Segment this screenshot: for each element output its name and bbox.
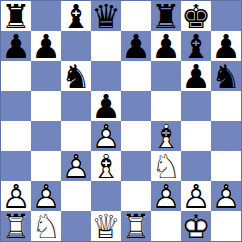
black-piece-glyph: ♜ [151, 1, 181, 31]
square-f5[interactable] [151, 91, 181, 121]
square-g8[interactable]: ♚ [181, 1, 211, 31]
square-e4[interactable] [121, 121, 151, 151]
square-b6[interactable] [31, 61, 61, 91]
square-a6[interactable] [1, 61, 31, 91]
black-piece-glyph: ♟ [121, 31, 151, 61]
white-piece-outline-glyph: ♗ [151, 121, 181, 151]
square-h7[interactable]: ♟ [211, 31, 241, 61]
white-piece-fill-glyph: ♟ [181, 181, 211, 211]
square-e5[interactable] [121, 91, 151, 121]
black-pawn[interactable]: ♟ [151, 31, 181, 61]
square-d5[interactable]: ♟ [91, 91, 121, 121]
black-knight[interactable]: ♞ [211, 61, 241, 91]
black-pawn[interactable]: ♟ [1, 31, 31, 61]
white-piece-outline-glyph: ♙ [61, 151, 91, 181]
black-pawn[interactable]: ♟ [211, 31, 241, 61]
white-piece-fill-glyph: ♟ [1, 181, 31, 211]
square-d2[interactable] [91, 181, 121, 211]
white-piece-fill-glyph: ♞ [151, 151, 181, 181]
square-c4[interactable] [61, 121, 91, 151]
square-g7[interactable]: ♝ [181, 31, 211, 61]
black-bishop[interactable]: ♝ [61, 1, 91, 31]
square-g4[interactable] [181, 121, 211, 151]
square-g3[interactable] [181, 151, 211, 181]
white-piece-outline-glyph: ♙ [151, 181, 181, 211]
square-b2[interactable]: ♟♙ [31, 181, 61, 211]
white-piece-outline-glyph: ♖ [121, 211, 151, 241]
square-c3[interactable]: ♟♙ [61, 151, 91, 181]
white-knight[interactable]: ♞♘ [151, 151, 181, 181]
black-piece-glyph: ♟ [91, 91, 121, 121]
square-c5[interactable] [61, 91, 91, 121]
white-piece-outline-glyph: ♙ [211, 181, 241, 211]
white-pawn[interactable]: ♟♙ [211, 181, 241, 211]
black-piece-glyph: ♜ [1, 1, 31, 31]
square-a1[interactable]: ♜♖ [1, 211, 31, 241]
white-pawn[interactable]: ♟♙ [61, 151, 91, 181]
chess-board: ♜♝♛♜♚♟♟♟♟♝♟♞♟♞♟♟♙♝♗♟♙♝♗♞♘♟♙♟♙♟♙♟♙♟♙♜♖♞♘♛… [0, 0, 242, 242]
black-piece-glyph: ♟ [151, 31, 181, 61]
white-piece-fill-glyph: ♟ [91, 121, 121, 151]
white-piece-fill-glyph: ♟ [31, 181, 61, 211]
chess-diagram: ♜♝♛♜♚♟♟♟♟♝♟♞♟♞♟♟♙♝♗♟♙♝♗♞♘♟♙♟♙♟♙♟♙♟♙♜♖♞♘♛… [0, 0, 242, 242]
square-h5[interactable] [211, 91, 241, 121]
square-a8[interactable]: ♜ [1, 1, 31, 31]
white-king[interactable]: ♚♔ [181, 211, 211, 241]
black-pawn[interactable]: ♟ [121, 31, 151, 61]
square-e8[interactable] [121, 1, 151, 31]
square-b1[interactable]: ♞♘ [31, 211, 61, 241]
square-d3[interactable]: ♝♗ [91, 151, 121, 181]
white-piece-outline-glyph: ♕ [91, 211, 121, 241]
square-b5[interactable] [31, 91, 61, 121]
square-f4[interactable]: ♝♗ [151, 121, 181, 151]
white-pawn[interactable]: ♟♙ [31, 181, 61, 211]
square-h6[interactable]: ♞ [211, 61, 241, 91]
white-piece-fill-glyph: ♚ [181, 211, 211, 241]
white-piece-outline-glyph: ♘ [151, 151, 181, 181]
white-piece-fill-glyph: ♝ [151, 121, 181, 151]
square-f3[interactable]: ♞♘ [151, 151, 181, 181]
white-pawn[interactable]: ♟♙ [1, 181, 31, 211]
square-b8[interactable] [31, 1, 61, 31]
square-g5[interactable] [181, 91, 211, 121]
square-b4[interactable] [31, 121, 61, 151]
square-a4[interactable] [1, 121, 31, 151]
square-h3[interactable] [211, 151, 241, 181]
white-piece-fill-glyph: ♛ [91, 211, 121, 241]
white-piece-fill-glyph: ♟ [211, 181, 241, 211]
black-pawn[interactable]: ♟ [31, 31, 61, 61]
white-piece-fill-glyph: ♜ [121, 211, 151, 241]
black-piece-glyph: ♟ [31, 31, 61, 61]
square-d1[interactable]: ♛♕ [91, 211, 121, 241]
white-knight[interactable]: ♞♘ [31, 211, 61, 241]
white-queen[interactable]: ♛♕ [91, 211, 121, 241]
square-d8[interactable]: ♛ [91, 1, 121, 31]
white-rook[interactable]: ♜♖ [121, 211, 151, 241]
black-piece-glyph: ♟ [211, 31, 241, 61]
white-piece-outline-glyph: ♙ [1, 181, 31, 211]
black-knight[interactable]: ♞ [61, 61, 91, 91]
square-h2[interactable]: ♟♙ [211, 181, 241, 211]
square-h1[interactable] [211, 211, 241, 241]
black-piece-glyph: ♞ [61, 61, 91, 91]
black-piece-glyph: ♚ [181, 1, 211, 31]
white-piece-fill-glyph: ♟ [61, 151, 91, 181]
square-f7[interactable]: ♟ [151, 31, 181, 61]
white-piece-outline-glyph: ♔ [181, 211, 211, 241]
square-d7[interactable] [91, 31, 121, 61]
black-piece-glyph: ♞ [211, 61, 241, 91]
square-b3[interactable] [31, 151, 61, 181]
white-piece-outline-glyph: ♖ [1, 211, 31, 241]
square-e6[interactable] [121, 61, 151, 91]
white-piece-outline-glyph: ♘ [31, 211, 61, 241]
white-piece-fill-glyph: ♞ [31, 211, 61, 241]
square-g6[interactable]: ♟ [181, 61, 211, 91]
white-bishop[interactable]: ♝♗ [91, 151, 121, 181]
square-f1[interactable] [151, 211, 181, 241]
white-rook[interactable]: ♜♖ [1, 211, 31, 241]
white-piece-fill-glyph: ♟ [151, 181, 181, 211]
white-bishop[interactable]: ♝♗ [151, 121, 181, 151]
square-a3[interactable] [1, 151, 31, 181]
square-f6[interactable] [151, 61, 181, 91]
black-piece-glyph: ♝ [61, 1, 91, 31]
square-c8[interactable]: ♝ [61, 1, 91, 31]
black-queen[interactable]: ♛ [91, 1, 121, 31]
square-c1[interactable] [61, 211, 91, 241]
white-piece-outline-glyph: ♗ [91, 151, 121, 181]
square-e2[interactable] [121, 181, 151, 211]
square-f2[interactable]: ♟♙ [151, 181, 181, 211]
black-rook[interactable]: ♜ [151, 1, 181, 31]
square-a7[interactable]: ♟ [1, 31, 31, 61]
white-pawn[interactable]: ♟♙ [181, 181, 211, 211]
square-b7[interactable]: ♟ [31, 31, 61, 61]
square-d4[interactable]: ♟♙ [91, 121, 121, 151]
square-e3[interactable] [121, 151, 151, 181]
white-piece-outline-glyph: ♙ [31, 181, 61, 211]
square-e1[interactable]: ♜♖ [121, 211, 151, 241]
black-pawn[interactable]: ♟ [91, 91, 121, 121]
white-pawn[interactable]: ♟♙ [91, 121, 121, 151]
black-king[interactable]: ♚ [181, 1, 211, 31]
square-f8[interactable]: ♜ [151, 1, 181, 31]
square-g1[interactable]: ♚♔ [181, 211, 211, 241]
square-h4[interactable] [211, 121, 241, 151]
black-piece-glyph: ♟ [181, 61, 211, 91]
square-d6[interactable] [91, 61, 121, 91]
black-rook[interactable]: ♜ [1, 1, 31, 31]
black-piece-glyph: ♛ [91, 1, 121, 31]
square-h8[interactable] [211, 1, 241, 31]
white-piece-fill-glyph: ♝ [91, 151, 121, 181]
white-pawn[interactable]: ♟♙ [151, 181, 181, 211]
black-piece-glyph: ♝ [181, 31, 211, 61]
square-g2[interactable]: ♟♙ [181, 181, 211, 211]
white-piece-outline-glyph: ♙ [91, 121, 121, 151]
black-piece-glyph: ♟ [1, 31, 31, 61]
square-c6[interactable]: ♞ [61, 61, 91, 91]
white-piece-fill-glyph: ♜ [1, 211, 31, 241]
black-pawn[interactable]: ♟ [181, 61, 211, 91]
white-piece-outline-glyph: ♙ [181, 181, 211, 211]
black-bishop[interactable]: ♝ [181, 31, 211, 61]
square-e7[interactable]: ♟ [121, 31, 151, 61]
square-c2[interactable] [61, 181, 91, 211]
square-a2[interactable]: ♟♙ [1, 181, 31, 211]
square-c7[interactable] [61, 31, 91, 61]
square-a5[interactable] [1, 91, 31, 121]
